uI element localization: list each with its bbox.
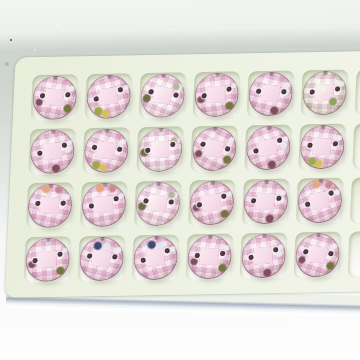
stone-holes	[75, 233, 129, 285]
sew-hole-right	[164, 248, 170, 254]
stone-holes	[185, 233, 235, 280]
tray-cell	[247, 71, 295, 118]
stone-holes	[28, 127, 76, 177]
sew-hole-left	[248, 255, 253, 261]
tray-cell	[24, 236, 72, 283]
rhinestone	[137, 127, 183, 172]
sew-hole-right	[173, 92, 179, 98]
sew-hole-right	[276, 196, 282, 201]
sew-hole-right	[226, 86, 231, 91]
stone-holes	[185, 121, 243, 177]
rhinestone	[241, 234, 287, 279]
sew-hole-left	[148, 89, 154, 95]
tray-cell	[26, 182, 74, 229]
tray-cell	[352, 123, 360, 170]
photo-frame	[0, 0, 360, 360]
rhinestone	[133, 236, 179, 281]
stone-holes	[81, 180, 128, 229]
sew-hole-left	[91, 144, 97, 150]
tray-cell	[242, 179, 290, 226]
sew-hole-right	[328, 251, 334, 257]
sew-hole-left	[89, 203, 94, 209]
sew-hole-left	[197, 202, 203, 208]
sew-hole-left	[87, 253, 93, 259]
rhinestone	[25, 237, 71, 282]
sew-hole-right	[328, 190, 334, 196]
sew-hole-left	[310, 89, 315, 94]
rhinestone	[243, 180, 289, 225]
rhinestone	[194, 72, 240, 117]
rhinestone	[83, 128, 129, 173]
sew-hole-left	[253, 148, 259, 154]
stone-holes	[293, 174, 346, 229]
sew-hole-right	[220, 251, 226, 256]
rhinestone	[140, 73, 186, 118]
stone-holes	[79, 124, 134, 177]
tray-cell	[350, 177, 360, 224]
sew-hole-right	[281, 89, 287, 95]
sew-hole-right	[113, 196, 118, 202]
rhinestone	[81, 182, 127, 227]
tray-cell	[132, 235, 180, 282]
tray-cell	[355, 69, 360, 116]
sew-hole-left	[145, 148, 150, 153]
stone-holes	[290, 229, 345, 282]
sew-hole-right	[57, 252, 62, 257]
tray-cell	[28, 128, 76, 175]
stone-holes	[130, 232, 181, 285]
sew-hole-right	[277, 137, 283, 143]
sew-hole-left	[194, 253, 200, 258]
sew-hole-right	[62, 142, 67, 148]
stone-holes	[241, 179, 290, 226]
tray-cell	[80, 181, 128, 228]
rhinestone	[187, 235, 233, 280]
tray-cell	[348, 231, 360, 278]
tray-cell	[244, 125, 292, 172]
stone-holes	[240, 231, 287, 281]
sew-hole-left	[256, 88, 262, 94]
sew-hole-right	[332, 141, 338, 146]
stone-holes	[297, 123, 347, 171]
rhinestone-tray	[5, 50, 360, 297]
sew-hole-right	[224, 146, 231, 152]
tray-cell	[190, 125, 238, 172]
rhinestone	[27, 183, 73, 228]
sew-hole-right	[116, 146, 122, 152]
tray-cell	[134, 180, 182, 227]
sew-hole-left	[140, 257, 146, 263]
tray-cell	[85, 73, 133, 120]
sew-hole-right	[168, 199, 174, 205]
rhinestone	[299, 125, 345, 170]
stone-holes	[24, 181, 76, 231]
stone-holes	[29, 73, 80, 122]
sew-hole-left	[37, 150, 42, 156]
stone-holes	[138, 126, 183, 173]
stone-holes	[242, 121, 294, 175]
sew-hole-left	[35, 201, 41, 207]
rhinestone	[189, 181, 235, 226]
rhinestone	[297, 179, 343, 224]
stone-holes	[244, 68, 297, 119]
stone-holes	[194, 71, 240, 119]
tray-cell	[188, 180, 236, 227]
sew-hole-right	[170, 142, 175, 147]
stone-holes	[301, 70, 349, 116]
tray-cell	[139, 72, 187, 119]
tray-cell	[193, 71, 241, 118]
sew-hole-left	[305, 201, 311, 207]
stone-holes	[134, 68, 190, 123]
sew-hole-right	[65, 92, 71, 98]
sew-hole-left	[143, 198, 149, 204]
sew-hole-left	[40, 93, 46, 99]
tray-cell	[186, 234, 234, 281]
tray-cell	[240, 233, 288, 280]
tray-cell	[296, 178, 344, 225]
stone-holes	[187, 177, 236, 228]
stone-holes	[25, 236, 70, 284]
tray-cell	[31, 74, 79, 121]
tray-cell	[136, 126, 184, 173]
tray-cell	[82, 127, 130, 174]
stone-holes	[84, 71, 134, 123]
sew-hole-right	[221, 193, 227, 199]
sew-hole-right	[273, 247, 278, 253]
sew-hole-left	[307, 143, 313, 148]
sew-hole-left	[93, 96, 99, 102]
rhinestone	[295, 233, 341, 278]
tray-cell	[301, 70, 349, 117]
tray-cell	[78, 235, 126, 282]
rhinestone	[29, 129, 75, 174]
rhinestone	[245, 126, 291, 171]
rhinestone	[302, 71, 348, 116]
rhinestone	[32, 75, 78, 120]
sew-hole-right	[118, 87, 124, 93]
sew-hole-left	[251, 198, 257, 203]
sew-hole-left	[200, 141, 207, 147]
surface-speckles	[10, 39, 12, 41]
stone-holes	[131, 178, 185, 230]
rhinestone	[135, 182, 181, 227]
sew-hole-right	[112, 254, 118, 260]
rhinestone	[86, 74, 132, 119]
sew-hole-left	[33, 258, 38, 263]
tray-grid	[24, 68, 360, 283]
sew-hole-left	[202, 93, 207, 98]
tray-cell	[294, 232, 342, 279]
rhinestone	[248, 72, 294, 117]
sew-hole-left	[303, 249, 309, 255]
tray-cell	[298, 124, 346, 171]
rhinestone	[79, 236, 125, 281]
rhinestone	[191, 127, 237, 172]
sew-hole-right	[335, 86, 340, 91]
sew-hole-right	[60, 200, 66, 206]
